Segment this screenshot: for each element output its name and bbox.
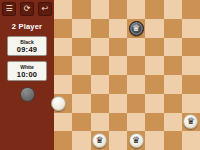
square-7-6[interactable] [164, 131, 182, 150]
white-king-piece[interactable]: ♛ [129, 133, 144, 148]
square-1-6[interactable] [164, 19, 182, 38]
square-0-7[interactable] [182, 0, 200, 19]
square-6-4[interactable] [127, 113, 145, 132]
crown-icon: ♛ [96, 136, 104, 145]
square-1-7[interactable] [182, 19, 200, 38]
turn-indicator-piece [20, 87, 35, 102]
square-6-0[interactable] [54, 113, 72, 132]
white-clock-card: White 10:00 [7, 61, 47, 81]
crown-icon: ♛ [132, 136, 140, 145]
square-5-3[interactable] [109, 94, 127, 113]
square-7-3[interactable] [109, 131, 127, 150]
square-4-0[interactable] [54, 75, 72, 94]
square-1-1[interactable] [72, 19, 90, 38]
square-0-0[interactable] [54, 0, 72, 19]
game-mode-title: 2 Player [12, 22, 42, 31]
black-king-piece[interactable]: ♛ [129, 21, 144, 36]
square-6-3[interactable] [109, 113, 127, 132]
square-0-6[interactable] [164, 0, 182, 19]
square-2-0[interactable] [54, 38, 72, 57]
square-6-5[interactable] [145, 113, 163, 132]
white-clock-time: 10:00 [8, 70, 46, 79]
square-7-0[interactable] [54, 131, 72, 150]
square-2-2[interactable] [91, 38, 109, 57]
square-2-7[interactable] [182, 38, 200, 57]
toolbar: ☰ ⟳ ↩ [2, 2, 52, 16]
board: ♛♛♛♛ [54, 0, 200, 150]
restart-icon: ⟳ [24, 5, 31, 13]
square-1-3[interactable] [109, 19, 127, 38]
square-3-6[interactable] [164, 56, 182, 75]
square-3-1[interactable] [72, 56, 90, 75]
menu-icon: ☰ [5, 5, 12, 13]
square-4-2[interactable] [91, 75, 109, 94]
square-1-0[interactable] [54, 19, 72, 38]
square-3-5[interactable] [145, 56, 163, 75]
square-3-4[interactable] [127, 56, 145, 75]
square-2-1[interactable] [72, 38, 90, 57]
square-4-5[interactable] [145, 75, 163, 94]
square-0-5[interactable] [145, 0, 163, 19]
app-window: ☰ ⟳ ↩ 2 Player Black 09:49 White 10:00 ♛… [0, 0, 200, 150]
undo-button[interactable]: ↩ [38, 2, 52, 16]
black-clock-time: 09:49 [8, 45, 46, 54]
square-1-5[interactable] [145, 19, 163, 38]
square-5-1[interactable] [72, 94, 90, 113]
square-7-1[interactable] [72, 131, 90, 150]
square-1-2[interactable] [91, 19, 109, 38]
sidebar: ☰ ⟳ ↩ 2 Player Black 09:49 White 10:00 [0, 0, 54, 150]
square-5-2[interactable] [91, 94, 109, 113]
square-3-7[interactable] [182, 56, 200, 75]
square-4-3[interactable] [109, 75, 127, 94]
square-5-6[interactable] [164, 94, 182, 113]
square-0-4[interactable] [127, 0, 145, 19]
square-0-2[interactable] [91, 0, 109, 19]
black-clock-card: Black 09:49 [7, 36, 47, 56]
white-man-piece[interactable] [51, 96, 66, 111]
square-2-6[interactable] [164, 38, 182, 57]
square-4-7[interactable] [182, 75, 200, 94]
square-6-2[interactable] [91, 113, 109, 132]
square-0-3[interactable] [109, 0, 127, 19]
square-5-7[interactable] [182, 94, 200, 113]
menu-button[interactable]: ☰ [2, 2, 16, 16]
square-3-3[interactable] [109, 56, 127, 75]
undo-icon: ↩ [42, 5, 49, 13]
crown-icon: ♛ [187, 117, 195, 126]
square-4-6[interactable] [164, 75, 182, 94]
square-2-4[interactable] [127, 38, 145, 57]
restart-button[interactable]: ⟳ [20, 2, 34, 16]
square-4-4[interactable] [127, 75, 145, 94]
square-2-5[interactable] [145, 38, 163, 57]
square-3-2[interactable] [91, 56, 109, 75]
crown-icon: ♛ [132, 23, 140, 32]
square-2-3[interactable] [109, 38, 127, 57]
square-7-5[interactable] [145, 131, 163, 150]
square-4-1[interactable] [72, 75, 90, 94]
square-6-1[interactable] [72, 113, 90, 132]
square-5-4[interactable] [127, 94, 145, 113]
square-0-1[interactable] [72, 0, 90, 19]
square-7-7[interactable] [182, 131, 200, 150]
square-3-0[interactable] [54, 56, 72, 75]
square-5-5[interactable] [145, 94, 163, 113]
square-6-6[interactable] [164, 113, 182, 132]
